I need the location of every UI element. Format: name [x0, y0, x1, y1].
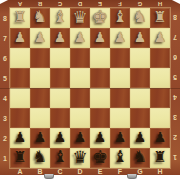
square-b3[interactable] — [30, 108, 50, 128]
square-a3[interactable] — [10, 108, 30, 128]
chessboard-photo: ABCDEFGH 87654321 ♜♞♝♛♚♝♞♜♟♟♟♟♟♟♟♟♟♟♟♟♟♟… — [0, 0, 180, 179]
black-knight[interactable]: ♞ — [33, 149, 47, 165]
black-bishop[interactable]: ♝ — [113, 149, 127, 165]
square-f4[interactable] — [110, 88, 130, 108]
square-f2[interactable]: ♟ — [110, 128, 130, 148]
file-label-bottom-d: D — [70, 168, 90, 175]
white-bishop[interactable]: ♝ — [53, 9, 67, 25]
black-pawn[interactable]: ♟ — [34, 130, 47, 144]
square-d4[interactable] — [70, 88, 90, 108]
square-c3[interactable] — [50, 108, 70, 128]
square-b2[interactable]: ♟ — [30, 128, 50, 148]
black-pawn[interactable]: ♟ — [114, 130, 127, 144]
black-rook[interactable]: ♜ — [153, 150, 166, 165]
background-corner-top-left — [0, 0, 8, 4]
white-pawn[interactable]: ♟ — [114, 30, 127, 44]
black-rook[interactable]: ♜ — [13, 150, 26, 165]
rank-label-right-7: 7 — [170, 28, 180, 48]
square-b7[interactable]: ♟ — [30, 28, 50, 48]
rank-label-right-3: 3 — [170, 108, 180, 128]
square-a4[interactable] — [10, 88, 30, 108]
square-b1[interactable]: ♞ — [30, 148, 50, 168]
rank-label-left-2: 2 — [0, 128, 10, 148]
square-g3[interactable] — [130, 108, 150, 128]
white-pawn[interactable]: ♟ — [154, 30, 167, 44]
hinge-right — [127, 174, 137, 179]
file-label-bottom-a: A — [10, 168, 30, 175]
file-labels-bottom: ABCDEFGH — [10, 168, 170, 175]
square-h3[interactable] — [150, 108, 170, 128]
square-f5[interactable] — [110, 68, 130, 88]
white-pawn[interactable]: ♟ — [74, 30, 87, 44]
square-h4[interactable] — [150, 88, 170, 108]
square-a8[interactable]: ♜ — [10, 8, 30, 28]
black-pawn[interactable]: ♟ — [54, 130, 67, 144]
hinge-left — [44, 174, 54, 179]
rank-label-left-5: 5 — [0, 68, 10, 88]
white-bishop[interactable]: ♝ — [113, 9, 127, 25]
rank-label-right-1: 1 — [170, 148, 180, 168]
square-c1[interactable]: ♝ — [50, 148, 70, 168]
square-c6[interactable] — [50, 48, 70, 68]
square-f3[interactable] — [110, 108, 130, 128]
black-pawn[interactable]: ♟ — [14, 130, 27, 144]
white-rook[interactable]: ♜ — [153, 10, 166, 25]
square-d6[interactable] — [70, 48, 90, 68]
rank-label-right-6: 6 — [170, 48, 180, 68]
square-g7[interactable]: ♟ — [130, 28, 150, 48]
square-h1[interactable]: ♜ — [150, 148, 170, 168]
white-king[interactable]: ♚ — [92, 8, 108, 26]
rank-label-left-8: 8 — [0, 8, 10, 28]
square-g2[interactable]: ♟ — [130, 128, 150, 148]
square-f8[interactable]: ♝ — [110, 8, 130, 28]
rank-label-right-2: 2 — [170, 128, 180, 148]
board-fold-seam — [0, 88, 180, 89]
square-h7[interactable]: ♟ — [150, 28, 170, 48]
square-e2[interactable]: ♟ — [90, 128, 110, 148]
square-g5[interactable] — [130, 68, 150, 88]
white-pawn[interactable]: ♟ — [54, 30, 67, 44]
square-a2[interactable]: ♟ — [10, 128, 30, 148]
black-pawn[interactable]: ♟ — [94, 130, 107, 144]
black-queen[interactable]: ♛ — [72, 149, 87, 166]
square-a5[interactable] — [10, 68, 30, 88]
square-h6[interactable] — [150, 48, 170, 68]
square-a1[interactable]: ♜ — [10, 148, 30, 168]
rank-label-left-6: 6 — [0, 48, 10, 68]
rank-label-right-8: 8 — [170, 8, 180, 28]
square-b8[interactable]: ♞ — [30, 8, 50, 28]
white-pawn[interactable]: ♟ — [94, 30, 107, 44]
square-h5[interactable] — [150, 68, 170, 88]
square-e4[interactable] — [90, 88, 110, 108]
square-e6[interactable] — [90, 48, 110, 68]
square-d1[interactable]: ♛ — [70, 148, 90, 168]
black-pawn[interactable]: ♟ — [74, 130, 87, 144]
square-b5[interactable] — [30, 68, 50, 88]
square-b6[interactable] — [30, 48, 50, 68]
square-c7[interactable]: ♟ — [50, 28, 70, 48]
white-rook[interactable]: ♜ — [13, 10, 26, 25]
black-bishop[interactable]: ♝ — [53, 149, 67, 165]
square-d2[interactable]: ♟ — [70, 128, 90, 148]
square-g6[interactable] — [130, 48, 150, 68]
black-pawn[interactable]: ♟ — [134, 130, 147, 144]
square-a6[interactable] — [10, 48, 30, 68]
square-c2[interactable]: ♟ — [50, 128, 70, 148]
rank-label-left-3: 3 — [0, 108, 10, 128]
square-e3[interactable] — [90, 108, 110, 128]
black-pawn[interactable]: ♟ — [154, 130, 167, 144]
background-corner-top-right — [172, 0, 180, 4]
square-d7[interactable]: ♟ — [70, 28, 90, 48]
square-b4[interactable] — [30, 88, 50, 108]
white-queen[interactable]: ♛ — [72, 9, 87, 26]
file-label-bottom-e: E — [90, 168, 110, 175]
square-f7[interactable]: ♟ — [110, 28, 130, 48]
white-knight[interactable]: ♞ — [133, 9, 147, 25]
white-pawn[interactable]: ♟ — [14, 30, 27, 44]
rank-label-left-7: 7 — [0, 28, 10, 48]
square-e8[interactable]: ♚ — [90, 8, 110, 28]
square-c8[interactable]: ♝ — [50, 8, 70, 28]
rank-label-right-4: 4 — [170, 88, 180, 108]
square-g1[interactable]: ♞ — [130, 148, 150, 168]
square-c4[interactable] — [50, 88, 70, 108]
photo-background-strip — [0, 175, 180, 179]
rank-label-left-4: 4 — [0, 88, 10, 108]
square-g4[interactable] — [130, 88, 150, 108]
square-a7[interactable]: ♟ — [10, 28, 30, 48]
white-pawn[interactable]: ♟ — [34, 30, 47, 44]
square-g8[interactable]: ♞ — [130, 8, 150, 28]
square-d3[interactable] — [70, 108, 90, 128]
square-f6[interactable] — [110, 48, 130, 68]
square-d8[interactable]: ♛ — [70, 8, 90, 28]
square-c5[interactable] — [50, 68, 70, 88]
black-king[interactable]: ♚ — [92, 148, 108, 166]
rank-label-right-5: 5 — [170, 68, 180, 88]
rank-label-left-1: 1 — [0, 148, 10, 168]
white-knight[interactable]: ♞ — [33, 9, 47, 25]
square-e7[interactable]: ♟ — [90, 28, 110, 48]
square-f1[interactable]: ♝ — [110, 148, 130, 168]
square-e5[interactable] — [90, 68, 110, 88]
white-pawn[interactable]: ♟ — [134, 30, 147, 44]
square-e1[interactable]: ♚ — [90, 148, 110, 168]
square-h2[interactable]: ♟ — [150, 128, 170, 148]
square-h8[interactable]: ♜ — [150, 8, 170, 28]
square-d5[interactable] — [70, 68, 90, 88]
file-label-bottom-h: H — [150, 168, 170, 175]
black-knight[interactable]: ♞ — [133, 149, 147, 165]
